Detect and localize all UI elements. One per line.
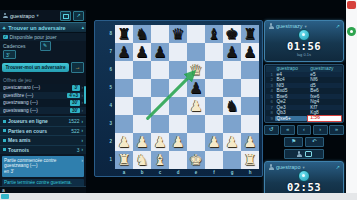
- bullet-icon: [3, 120, 6, 123]
- piece-white-pawn: ♟: [241, 133, 259, 151]
- offer-time-badge[interactable]: 30': [70, 108, 80, 114]
- square-d7[interactable]: [169, 43, 187, 61]
- piece-white-rook: ♜: [115, 151, 133, 169]
- offers-list: guestcamaro (—)3'›guestfibre (—)4'+3›gue…: [0, 84, 86, 114]
- square-e3[interactable]: [187, 115, 205, 133]
- rank-label-7: 7: [95, 43, 112, 61]
- notification-line: Partie commencée contre guestzwang (—): [4, 158, 81, 170]
- account-row: guestrapo ▾ ↗: [0, 10, 86, 22]
- file-label-e: e: [187, 170, 205, 175]
- player-status-badge: [298, 170, 310, 182]
- expand-icon[interactable]: ↗: [336, 23, 340, 29]
- square-a2[interactable]: ♟: [115, 133, 133, 151]
- takeback-button[interactable]: ↶: [305, 137, 324, 147]
- square-f2[interactable]: ♟: [205, 133, 223, 151]
- chevron-up-icon: ▴: [82, 25, 84, 30]
- sidebar-link[interactable]: Tournois3›: [0, 145, 86, 155]
- sidebar-link-label: Mes amis: [8, 137, 31, 143]
- square-f4[interactable]: [205, 97, 223, 115]
- offer-row[interactable]: guestfibre (—)4'+3›: [0, 92, 86, 100]
- replay-loop-button[interactable]: ↺: [264, 125, 279, 135]
- monitor-icon: [63, 14, 69, 19]
- square-c5[interactable]: [151, 79, 169, 97]
- square-c7[interactable]: ♟: [151, 43, 169, 61]
- go-next-button[interactable]: ›: [313, 125, 328, 135]
- move-number: 5: [266, 94, 275, 99]
- rank-label-1: 1: [95, 151, 112, 169]
- square-f8[interactable]: ♝: [205, 25, 223, 43]
- chevron-right-icon: ›: [82, 147, 84, 152]
- square-d5[interactable]: [169, 79, 187, 97]
- expand-icon[interactable]: ↗: [336, 164, 340, 170]
- opponent-avatar: [268, 23, 274, 29]
- square-b2[interactable]: ♟: [133, 133, 151, 151]
- available-row[interactable]: ✓ Disponible pour jouer: [0, 33, 86, 41]
- chevron-right-icon: ›: [82, 138, 84, 143]
- quick-pair-button[interactable]: →: [71, 62, 84, 73]
- sidebar-link-count: 3: [77, 147, 80, 153]
- square-c6[interactable]: [151, 61, 169, 79]
- square-g2[interactable]: ♟: [223, 133, 241, 151]
- rank-label-6: 6: [95, 61, 112, 79]
- square-c3[interactable]: [151, 115, 169, 133]
- move-number: 8: [266, 110, 275, 115]
- square-f1[interactable]: [205, 151, 223, 169]
- chevron-right-icon: ›: [82, 100, 84, 105]
- offers-title: Offres de jeu: [0, 75, 86, 84]
- piece-white-pawn: ♟: [205, 133, 223, 151]
- offer-name: guestcamaro (—): [3, 85, 71, 90]
- chevron-down-icon: ▾: [305, 24, 307, 29]
- board-squares: ♜♞♛♝♚♜♟♟♟♟♟♛♟♟♞♟♟♟♟♟♟♟♜♞♝♚♜: [115, 25, 259, 169]
- opponent-clock: 01:56: [265, 41, 343, 52]
- move-number: 1: [266, 72, 275, 77]
- chevron-right-icon: ›: [82, 85, 84, 90]
- square-f6[interactable]: [205, 61, 223, 79]
- square-a3[interactable]: [115, 115, 133, 133]
- sidebar-links: Joueurs en ligne1522›Parties en cours522…: [0, 116, 86, 154]
- file-label-h: h: [241, 170, 259, 175]
- square-h5[interactable]: [241, 79, 259, 97]
- square-d8[interactable]: ♛: [169, 25, 187, 43]
- chevron-right-icon: ›: [82, 108, 84, 113]
- offer-name: guestzwang (—): [3, 100, 68, 105]
- move-number: 7: [266, 105, 275, 110]
- offer-time-badge[interactable]: 3': [72, 85, 80, 91]
- chess-board: ♜♞♛♝♚♜♟♟♟♟♟♛♟♟♞♟♟♟♟♟♟♟♜♞♝♚♜ 87654321abcd…: [94, 20, 263, 177]
- piece-white-pawn: ♟: [169, 133, 187, 151]
- cadences-row: Cadences ✎: [0, 41, 86, 50]
- square-g3[interactable]: [223, 115, 241, 133]
- replay-controls: ↺«‹›»: [264, 125, 344, 135]
- offer-row[interactable]: guestcamaro (—)3'›: [0, 84, 86, 92]
- square-g6[interactable]: [223, 61, 241, 79]
- square-d6[interactable]: [169, 61, 187, 79]
- sidebar-link-label: Parties en cours: [8, 128, 47, 134]
- sidebar-link[interactable]: Mes amis›: [0, 135, 86, 145]
- piece-black-rook: ♜: [115, 25, 133, 43]
- piece-white-knight: ♞: [133, 151, 151, 169]
- square-e8[interactable]: [187, 25, 205, 43]
- taskbar-chip: [1, 194, 9, 199]
- rank-label-3: 3: [95, 115, 112, 133]
- square-g7[interactable]: ♟: [223, 43, 241, 61]
- square-b7[interactable]: ♟: [133, 43, 151, 61]
- square-b3[interactable]: [133, 115, 151, 133]
- square-c8[interactable]: [151, 25, 169, 43]
- pending-move-clock[interactable]: 1:56: [307, 115, 342, 122]
- move-number: 3: [266, 83, 275, 88]
- square-d1[interactable]: [169, 151, 187, 169]
- square-c2[interactable]: ♟: [151, 133, 169, 151]
- square-d2[interactable]: ♟: [169, 133, 187, 151]
- square-c4[interactable]: [151, 97, 169, 115]
- offer-time-badge[interactable]: 4'+3: [67, 93, 80, 99]
- offers-scrollbar[interactable]: [84, 86, 86, 104]
- file-label-g: g: [223, 170, 241, 175]
- square-b8[interactable]: ♞: [133, 25, 151, 43]
- offer-time-badge[interactable]: 30': [70, 100, 80, 106]
- file-label-a: a: [115, 170, 133, 175]
- edit-cadences-button[interactable]: ✎: [40, 41, 51, 51]
- square-e5[interactable]: ♟: [187, 79, 205, 97]
- square-h6[interactable]: [241, 61, 259, 79]
- go-prev-button[interactable]: ‹: [297, 125, 312, 135]
- cadence-value-tag[interactable]: 3': [3, 50, 16, 59]
- bullet-icon: [3, 139, 6, 142]
- game-panel: guestmazy ▾ ↗ 01:56 lag 0.1s guestrapogu…: [264, 20, 344, 193]
- chevron-right-icon: ›: [82, 119, 84, 124]
- move-number: 6: [266, 99, 275, 104]
- move-row: 9Qxe6+1:56: [266, 116, 342, 122]
- bullet-icon: [3, 148, 6, 151]
- piece-black-pawn: ♟: [187, 79, 205, 97]
- opponent-card: guestmazy ▾ ↗ 01:56 lag 0.1s: [264, 20, 344, 62]
- square-h8[interactable]: ♜: [241, 25, 259, 43]
- square-h7[interactable]: ♟: [241, 43, 259, 61]
- player-name[interactable]: guestrapo: [276, 164, 300, 170]
- cadences-label: Cadences: [3, 43, 26, 49]
- move-number: 9: [266, 116, 275, 121]
- offer-row[interactable]: guestzwang (—)30'›: [0, 99, 86, 107]
- opponent-clock-sub: lag 0.1s: [265, 52, 343, 57]
- sidebar-link-label: Tournois: [8, 147, 29, 153]
- go-first-button[interactable]: «: [280, 125, 295, 135]
- piece-black-queen: ♛: [169, 25, 187, 43]
- sidebar-link-label: Joueurs en ligne: [8, 118, 48, 124]
- square-g8[interactable]: ♚: [223, 25, 241, 43]
- chevron-right-icon: ›: [82, 158, 84, 164]
- square-h4[interactable]: [241, 97, 259, 115]
- app-window: guestrapo ▾ ↗ ✦ Trouver un adversaire ▴ …: [0, 0, 346, 193]
- sidebar: guestrapo ▾ ↗ ✦ Trouver un adversaire ▴ …: [0, 10, 86, 193]
- seek-icon: ✦: [2, 25, 6, 31]
- move-cell[interactable]: Qb3: [275, 110, 309, 116]
- move-cell[interactable]: Qxe6+: [275, 116, 308, 122]
- square-a5[interactable]: [115, 79, 133, 97]
- piece-black-knight: ♞: [223, 97, 241, 115]
- piece-black-pawn: ♟: [133, 43, 151, 61]
- file-label-d: d: [169, 170, 187, 175]
- user-icon: [2, 13, 8, 19]
- piece-black-knight: ♞: [133, 25, 151, 43]
- piece-white-bishop: ♝: [151, 151, 169, 169]
- square-g4[interactable]: ♞: [223, 97, 241, 115]
- move-list: guestrapoguestmazy1e4e52Bc4Nf63Nf3d54Bxd…: [264, 64, 344, 123]
- chevron-down-icon: ▾: [36, 13, 38, 18]
- find-opponent-button[interactable]: Trouver-moi un adversaire: [2, 63, 69, 72]
- available-checkbox[interactable]: ✓: [3, 35, 8, 40]
- square-b5[interactable]: [133, 79, 151, 97]
- rank-label-5: 5: [95, 79, 112, 97]
- square-h1[interactable]: ♜: [241, 151, 259, 169]
- recording-badge-icon[interactable]: [347, 1, 356, 9]
- square-c1[interactable]: ♝: [151, 151, 169, 169]
- offer-row[interactable]: guestswang (—)30'›: [0, 107, 86, 115]
- square-g1[interactable]: [223, 151, 241, 169]
- available-label: Disponible pour jouer: [10, 34, 57, 40]
- file-label-f: f: [205, 170, 223, 175]
- resign-flag-button[interactable]: ⚑: [284, 137, 303, 147]
- notification-line: en 3': [4, 169, 81, 175]
- piece-black-pawn: ♟: [223, 43, 241, 61]
- bullet-icon: [3, 129, 6, 132]
- square-b6[interactable]: [133, 61, 151, 79]
- find-opponent-header[interactable]: ✦ Trouver un adversaire ▴: [0, 22, 86, 33]
- find-opponent-title: Trouver un adversaire: [8, 25, 65, 31]
- go-last-button[interactable]: »: [329, 125, 344, 135]
- piece-white-pawn: ♟: [133, 133, 151, 151]
- square-b4[interactable]: [133, 97, 151, 115]
- square-a1[interactable]: ♜: [115, 151, 133, 169]
- square-e7[interactable]: [187, 43, 205, 61]
- chat-input[interactable]: a: [0, 186, 86, 193]
- square-a6[interactable]: [115, 61, 133, 79]
- move-number: 4: [266, 88, 275, 93]
- sidebar-link[interactable]: Joueurs en ligne1522›: [0, 116, 86, 126]
- square-a8[interactable]: ♜: [115, 25, 133, 43]
- chevron-right-icon: ›: [82, 93, 84, 98]
- offer-name: guestfibre (—): [3, 93, 66, 98]
- piece-white-rook: ♜: [241, 151, 259, 169]
- extension-icon[interactable]: [347, 27, 356, 36]
- square-f5[interactable]: [205, 79, 223, 97]
- draw-offer-button[interactable]: [284, 149, 324, 159]
- page: guestrapo ▾ ↗ ✦ Trouver un adversaire ▴ …: [0, 0, 357, 200]
- find-row: Trouver-moi un adversaire →: [0, 62, 86, 73]
- piece-black-pawn: ♟: [115, 43, 133, 61]
- notification[interactable]: Partie commencée contre guestzwang (—)en…: [2, 156, 84, 177]
- chat-bubble-icon: [305, 151, 312, 157]
- square-h2[interactable]: ♟: [241, 133, 259, 151]
- file-label-c: c: [151, 170, 169, 175]
- square-a7[interactable]: ♟: [115, 43, 133, 61]
- opponent-status-badge: [298, 29, 310, 41]
- square-e2[interactable]: [187, 133, 205, 151]
- square-e1[interactable]: ♚: [187, 151, 205, 169]
- file-label-b: b: [133, 170, 151, 175]
- piece-black-king: ♚: [223, 25, 241, 43]
- offer-name: guestswang (—): [3, 108, 68, 113]
- sidebar-link-count: 522: [71, 128, 79, 134]
- square-f7[interactable]: [205, 43, 223, 61]
- rank-label-8: 8: [95, 25, 112, 43]
- square-d3[interactable]: [169, 115, 187, 133]
- piece-white-queen: ♛: [187, 61, 205, 79]
- square-h3[interactable]: [241, 115, 259, 133]
- square-e6[interactable]: ♛: [187, 61, 205, 79]
- piece-black-bishop: ♝: [205, 25, 223, 43]
- square-a4[interactable]: [115, 97, 133, 115]
- square-d4[interactable]: [169, 97, 187, 115]
- player-card: guestrapo ▾ ↗ 02:53 lag 0.1s: [264, 161, 344, 193]
- player-clock: 02:53: [265, 182, 343, 193]
- player-avatar: [268, 164, 274, 170]
- square-f3[interactable]: [205, 115, 223, 133]
- piece-white-pawn: ♟: [151, 133, 169, 151]
- sidebar-link-count: 1522: [68, 118, 79, 124]
- browser-side-rail: [346, 0, 357, 193]
- rank-label-2: 2: [95, 133, 112, 151]
- square-b1[interactable]: ♞: [133, 151, 151, 169]
- sidebar-link[interactable]: Parties en cours522›: [0, 126, 86, 136]
- piece-white-pawn: ♟: [187, 97, 205, 115]
- square-g5[interactable]: [223, 79, 241, 97]
- piece-black-pawn: ♟: [151, 43, 169, 61]
- chevron-right-icon: ›: [82, 128, 84, 133]
- move-number: 2: [266, 77, 275, 82]
- piece-black-pawn: ♟: [241, 43, 259, 61]
- piece-white-pawn: ♟: [223, 133, 241, 151]
- opponent-name[interactable]: guestmazy: [276, 23, 303, 29]
- account-name[interactable]: guestrapo: [10, 13, 34, 19]
- chevron-down-icon: ▾: [302, 165, 304, 170]
- piece-white-king: ♚: [187, 151, 205, 169]
- square-e4[interactable]: ♟: [187, 97, 205, 115]
- board-settings-button[interactable]: [60, 11, 71, 21]
- person-icon: [296, 151, 302, 157]
- rank-label-4: 4: [95, 97, 112, 115]
- piece-white-pawn: ♟: [115, 133, 133, 151]
- piece-black-rook: ♜: [241, 25, 259, 43]
- fullscreen-button[interactable]: ↗: [73, 11, 84, 21]
